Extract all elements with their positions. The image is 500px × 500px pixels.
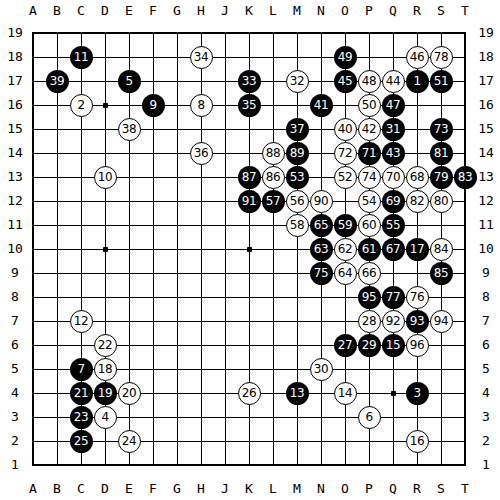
stone-37-black-M15[interactable]: 37 [286,118,309,141]
stone-75-black-N9[interactable]: 75 [310,262,333,285]
go-board-diagram: AABBCCDDEEFFGGHHJJKKLLMMNNOOPPQQRRSSTT19… [0,0,500,500]
stone-69-black-Q12[interactable]: 69 [382,190,405,213]
stone-44-white-Q17[interactable]: 44 [382,70,405,93]
col-label-bottom-M: M [285,481,309,497]
col-label-top-D: D [93,3,117,19]
row-label-right-1: 1 [474,457,498,473]
grid-line-horizontal [32,273,466,274]
row-label-left-14: 14 [3,145,27,161]
stone-89-black-M14[interactable]: 89 [286,142,309,165]
col-label-bottom-Q: Q [381,481,405,497]
stone-3-black-R4[interactable]: 3 [406,382,429,405]
stone-29-black-P6[interactable]: 29 [358,334,381,357]
stone-31-black-Q15[interactable]: 31 [382,118,405,141]
stone-66-white-P9[interactable]: 66 [358,262,381,285]
col-label-top-E: E [117,3,141,19]
grid-line-vertical [273,32,274,466]
stone-53-black-M13[interactable]: 53 [286,166,309,189]
col-label-bottom-B: B [45,481,69,497]
stone-9-black-F16[interactable]: 9 [142,94,165,117]
stone-17-black-R10[interactable]: 17 [406,238,429,261]
stone-27-black-O6[interactable]: 27 [334,334,357,357]
stone-63-black-N10[interactable]: 63 [310,238,333,261]
stone-1-black-R17[interactable]: 1 [406,70,429,93]
stone-51-black-S17[interactable]: 51 [430,70,453,93]
stone-95-black-P8[interactable]: 95 [358,286,381,309]
stone-21-black-C4[interactable]: 21 [70,382,93,405]
stone-83-black-T13[interactable]: 83 [454,166,477,189]
col-label-bottom-C: C [69,481,93,497]
col-label-top-P: P [357,3,381,19]
row-label-right-4: 4 [474,385,498,401]
row-label-right-3: 3 [474,409,498,425]
row-label-left-4: 4 [3,385,27,401]
row-label-right-9: 9 [474,265,498,281]
stone-68-white-R13[interactable]: 68 [406,166,429,189]
stone-93-black-R7[interactable]: 93 [406,310,429,333]
row-label-right-8: 8 [474,289,498,305]
stone-22-white-D6[interactable]: 22 [94,334,117,357]
stone-70-white-Q13[interactable]: 70 [382,166,405,189]
stone-87-black-K13[interactable]: 87 [238,166,261,189]
col-label-top-F: F [141,3,165,19]
row-label-right-11: 11 [474,217,498,233]
row-label-left-9: 9 [3,265,27,281]
col-label-top-J: J [213,3,237,19]
col-label-top-A: A [21,3,45,19]
stone-81-black-S14[interactable]: 81 [430,142,453,165]
star-point-K10 [247,247,252,252]
row-label-right-6: 6 [474,337,498,353]
col-label-bottom-L: L [261,481,285,497]
stone-79-black-S13[interactable]: 79 [430,166,453,189]
col-label-bottom-R: R [405,481,429,497]
row-label-left-8: 8 [3,289,27,305]
row-label-right-17: 17 [474,73,498,89]
col-label-bottom-E: E [117,481,141,497]
col-label-bottom-A: A [21,481,45,497]
stone-62-white-O10[interactable]: 62 [334,238,357,261]
stone-56-white-M12[interactable]: 56 [286,190,309,213]
stone-38-white-E15[interactable]: 38 [118,118,141,141]
row-label-left-16: 16 [3,97,27,113]
stone-25-black-C2[interactable]: 25 [70,430,93,453]
stone-18-white-D5[interactable]: 18 [94,358,117,381]
stone-78-white-S18[interactable]: 78 [430,46,453,69]
col-label-top-Q: Q [381,3,405,19]
stone-85-black-S9[interactable]: 85 [430,262,453,285]
stone-7-black-C5[interactable]: 7 [70,358,93,381]
grid-line-horizontal [32,464,466,466]
stone-74-white-P13[interactable]: 74 [358,166,381,189]
stone-46-white-R18[interactable]: 46 [406,46,429,69]
stone-64-white-O9[interactable]: 64 [334,262,357,285]
stone-94-white-S7[interactable]: 94 [430,310,453,333]
stone-26-white-K4[interactable]: 26 [238,382,261,405]
stone-47-black-Q16[interactable]: 47 [382,94,405,117]
stone-67-black-Q10[interactable]: 67 [382,238,405,261]
stone-77-black-Q8[interactable]: 77 [382,286,405,309]
col-label-bottom-K: K [237,481,261,497]
stone-86-white-L13[interactable]: 86 [262,166,285,189]
stone-24-white-E2[interactable]: 24 [118,430,141,453]
stone-72-white-O14[interactable]: 72 [334,142,357,165]
row-label-left-7: 7 [3,313,27,329]
star-point-D10 [103,247,108,252]
col-label-bottom-O: O [333,481,357,497]
col-label-top-C: C [69,3,93,19]
col-label-bottom-H: H [189,481,213,497]
stone-49-black-O18[interactable]: 49 [334,46,357,69]
row-label-left-19: 19 [3,25,27,41]
row-label-left-5: 5 [3,361,27,377]
row-label-left-10: 10 [3,241,27,257]
col-label-top-O: O [333,3,357,19]
stone-42-white-P15[interactable]: 42 [358,118,381,141]
stone-13-black-M4[interactable]: 13 [286,382,309,405]
stone-91-black-K12[interactable]: 91 [238,190,261,213]
stone-58-white-M11[interactable]: 58 [286,214,309,237]
stone-96-white-R6[interactable]: 96 [406,334,429,357]
row-label-left-11: 11 [3,217,27,233]
stone-33-black-K17[interactable]: 33 [238,70,261,93]
row-label-right-5: 5 [474,361,498,377]
stone-50-white-P16[interactable]: 50 [358,94,381,117]
row-label-right-10: 10 [474,241,498,257]
grid-line-horizontal [32,441,466,442]
stone-40-white-O15[interactable]: 40 [334,118,357,141]
stone-45-black-O17[interactable]: 45 [334,70,357,93]
stone-92-white-Q7[interactable]: 92 [382,310,405,333]
stone-60-white-P11[interactable]: 60 [358,214,381,237]
stone-41-black-N16[interactable]: 41 [310,94,333,117]
col-label-top-G: G [165,3,189,19]
row-label-right-13: 13 [474,169,498,185]
col-label-bottom-G: G [165,481,189,497]
grid-line-vertical [464,32,466,466]
col-label-top-H: H [189,3,213,19]
stone-52-white-O13[interactable]: 52 [334,166,357,189]
col-label-bottom-F: F [141,481,165,497]
row-label-left-18: 18 [3,49,27,65]
row-label-right-7: 7 [474,313,498,329]
col-label-top-R: R [405,3,429,19]
row-label-right-16: 16 [474,97,498,113]
row-label-left-12: 12 [3,193,27,209]
stone-10-white-D13[interactable]: 10 [94,166,117,189]
col-label-bottom-P: P [357,481,381,497]
row-label-left-3: 3 [3,409,27,425]
stone-54-white-P12[interactable]: 54 [358,190,381,213]
stone-80-white-S12[interactable]: 80 [430,190,453,213]
stone-2-white-C16[interactable]: 2 [70,94,93,117]
col-label-top-K: K [237,3,261,19]
row-label-left-13: 13 [3,169,27,185]
col-label-top-N: N [309,3,333,19]
col-label-bottom-N: N [309,481,333,497]
stone-48-white-P17[interactable]: 48 [358,70,381,93]
stone-4-white-D3[interactable]: 4 [94,406,117,429]
col-label-bottom-J: J [213,481,237,497]
stone-84-white-S10[interactable]: 84 [430,238,453,261]
star-point-Q4 [391,391,396,396]
stone-43-black-Q14[interactable]: 43 [382,142,405,165]
stone-12-white-C7[interactable]: 12 [70,310,93,333]
stone-34-white-H18[interactable]: 34 [190,46,213,69]
row-label-left-15: 15 [3,121,27,137]
stone-36-white-H14[interactable]: 36 [190,142,213,165]
stone-14-white-O4[interactable]: 14 [334,382,357,405]
stone-16-white-R2[interactable]: 16 [406,430,429,453]
stone-30-white-N5[interactable]: 30 [310,358,333,381]
stone-11-black-C18[interactable]: 11 [70,46,93,69]
stone-5-black-E17[interactable]: 5 [118,70,141,93]
stone-19-black-D4[interactable]: 19 [94,382,117,405]
stone-65-black-N11[interactable]: 65 [310,214,333,237]
stone-32-white-M17[interactable]: 32 [286,70,309,93]
col-label-bottom-S: S [429,481,453,497]
stone-82-white-R12[interactable]: 82 [406,190,429,213]
col-label-bottom-T: T [453,481,477,497]
stone-73-black-S15[interactable]: 73 [430,118,453,141]
stone-23-black-C3[interactable]: 23 [70,406,93,429]
stone-55-black-Q11[interactable]: 55 [382,214,405,237]
stone-88-white-L14[interactable]: 88 [262,142,285,165]
stone-57-black-L12[interactable]: 57 [262,190,285,213]
col-label-top-S: S [429,3,453,19]
stone-35-black-K16[interactable]: 35 [238,94,261,117]
row-label-left-6: 6 [3,337,27,353]
row-label-right-12: 12 [474,193,498,209]
star-point-D16 [103,103,108,108]
row-label-right-19: 19 [474,25,498,41]
row-label-left-1: 1 [3,457,27,473]
row-label-right-2: 2 [474,433,498,449]
stone-71-black-P14[interactable]: 71 [358,142,381,165]
stone-90-white-N12[interactable]: 90 [310,190,333,213]
col-label-top-B: B [45,3,69,19]
col-label-top-M: M [285,3,309,19]
stone-59-black-O11[interactable]: 59 [334,214,357,237]
col-label-top-T: T [453,3,477,19]
row-label-left-17: 17 [3,73,27,89]
stone-39-black-B17[interactable]: 39 [46,70,69,93]
col-label-bottom-D: D [93,481,117,497]
row-label-right-15: 15 [474,121,498,137]
row-label-right-14: 14 [474,145,498,161]
stone-15-black-Q6[interactable]: 15 [382,334,405,357]
stone-20-white-E4[interactable]: 20 [118,382,141,405]
stone-8-white-H16[interactable]: 8 [190,94,213,117]
col-label-top-L: L [261,3,285,19]
stone-6-white-P3[interactable]: 6 [358,406,381,429]
stone-61-black-P10[interactable]: 61 [358,238,381,261]
row-label-left-2: 2 [3,433,27,449]
stone-76-white-R8[interactable]: 76 [406,286,429,309]
stone-28-white-P7[interactable]: 28 [358,310,381,333]
row-label-right-18: 18 [474,49,498,65]
